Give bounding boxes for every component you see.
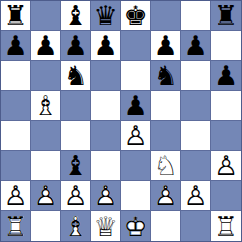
square-f8[interactable] <box>151 1 181 31</box>
square-d3[interactable] <box>91 151 121 181</box>
white-piece-outline: ♗ <box>61 211 90 241</box>
black-pawn-piece: ♟ <box>151 31 180 60</box>
white-queen-piece: ♛♕ <box>91 211 120 241</box>
square-b6[interactable] <box>31 61 61 91</box>
white-pawn-piece: ♟♙ <box>151 181 180 210</box>
square-a7[interactable]: ♟ <box>1 31 31 61</box>
white-piece-outline: ♙ <box>181 181 210 210</box>
white-bishop-piece: ♝♗ <box>61 211 90 241</box>
square-h8[interactable]: ♜ <box>211 1 241 31</box>
square-c4[interactable] <box>61 121 91 151</box>
white-pawn-piece: ♟♙ <box>181 181 210 210</box>
square-b4[interactable] <box>31 121 61 151</box>
square-e6[interactable] <box>121 61 151 91</box>
square-h6[interactable]: ♟ <box>211 61 241 91</box>
square-a5[interactable] <box>1 91 31 121</box>
white-piece-outline: ♙ <box>151 181 180 210</box>
square-h3[interactable]: ♟♙ <box>211 151 241 181</box>
black-pawn-piece: ♟ <box>91 31 120 60</box>
black-queen-piece: ♛ <box>91 1 120 30</box>
black-pawn-piece: ♟ <box>1 31 30 60</box>
black-pawn-piece: ♟ <box>31 31 60 60</box>
square-a6[interactable] <box>1 61 31 91</box>
white-pawn-piece: ♟♙ <box>121 121 150 150</box>
square-e2[interactable] <box>121 181 151 211</box>
square-b5[interactable]: ♝♗ <box>31 91 61 121</box>
square-g3[interactable] <box>181 151 211 181</box>
square-a8[interactable]: ♜ <box>1 1 31 31</box>
square-f5[interactable] <box>151 91 181 121</box>
white-pawn-piece: ♟♙ <box>91 181 120 210</box>
square-c7[interactable]: ♟ <box>61 31 91 61</box>
white-piece-outline: ♕ <box>91 211 120 241</box>
black-knight-piece: ♞ <box>151 61 180 90</box>
square-b1[interactable] <box>31 211 61 241</box>
white-pawn-piece: ♟♙ <box>61 181 90 210</box>
square-e4[interactable]: ♟♙ <box>121 121 151 151</box>
square-f3[interactable]: ♞♘ <box>151 151 181 181</box>
square-d2[interactable]: ♟♙ <box>91 181 121 211</box>
white-rook-piece: ♜♖ <box>1 211 30 241</box>
square-c3[interactable]: ♝ <box>61 151 91 181</box>
square-a4[interactable] <box>1 121 31 151</box>
square-f1[interactable] <box>151 211 181 241</box>
white-piece-outline: ♖ <box>211 211 241 241</box>
white-king-piece: ♚♔ <box>121 211 150 241</box>
black-bishop-piece: ♝ <box>61 151 90 180</box>
white-piece-outline: ♔ <box>121 211 150 241</box>
black-king-piece: ♚ <box>121 1 150 30</box>
square-f6[interactable]: ♞ <box>151 61 181 91</box>
black-rook-piece: ♜ <box>211 1 241 30</box>
square-g7[interactable]: ♟ <box>181 31 211 61</box>
square-a3[interactable] <box>1 151 31 181</box>
square-h4[interactable] <box>211 121 241 151</box>
white-pawn-piece: ♟♙ <box>1 181 30 210</box>
square-e7[interactable] <box>121 31 151 61</box>
black-pawn-piece: ♟ <box>61 31 90 60</box>
white-piece-outline: ♙ <box>121 121 150 150</box>
square-e8[interactable]: ♚ <box>121 1 151 31</box>
white-piece-outline: ♖ <box>1 211 30 241</box>
square-f2[interactable]: ♟♙ <box>151 181 181 211</box>
white-piece-outline: ♘ <box>151 151 180 180</box>
chess-board: ♜♝♛♚♜♟♟♟♟♟♟♞♞♟♝♗♟♟♙♝♞♘♟♙♟♙♟♙♟♙♟♙♟♙♟♙♜♖♝♗… <box>0 0 242 242</box>
white-rook-piece: ♜♖ <box>211 211 241 241</box>
square-c1[interactable]: ♝♗ <box>61 211 91 241</box>
square-g2[interactable]: ♟♙ <box>181 181 211 211</box>
square-c5[interactable] <box>61 91 91 121</box>
square-d4[interactable] <box>91 121 121 151</box>
white-bishop-piece: ♝♗ <box>31 91 60 120</box>
white-pawn-piece: ♟♙ <box>211 151 241 180</box>
square-g8[interactable] <box>181 1 211 31</box>
square-e5[interactable]: ♟ <box>121 91 151 121</box>
square-e1[interactable]: ♚♔ <box>121 211 151 241</box>
white-piece-outline: ♙ <box>91 181 120 210</box>
white-pawn-piece: ♟♙ <box>31 181 60 210</box>
square-g6[interactable] <box>181 61 211 91</box>
white-knight-piece: ♞♘ <box>151 151 180 180</box>
square-d5[interactable] <box>91 91 121 121</box>
square-g5[interactable] <box>181 91 211 121</box>
square-a1[interactable]: ♜♖ <box>1 211 31 241</box>
square-g4[interactable] <box>181 121 211 151</box>
black-knight-piece: ♞ <box>61 61 90 90</box>
square-h5[interactable] <box>211 91 241 121</box>
square-c2[interactable]: ♟♙ <box>61 181 91 211</box>
white-piece-outline: ♙ <box>31 181 60 210</box>
square-d8[interactable]: ♛ <box>91 1 121 31</box>
square-c6[interactable]: ♞ <box>61 61 91 91</box>
square-a2[interactable]: ♟♙ <box>1 181 31 211</box>
square-c8[interactable]: ♝ <box>61 1 91 31</box>
square-b3[interactable] <box>31 151 61 181</box>
black-rook-piece: ♜ <box>1 1 30 30</box>
square-f7[interactable]: ♟ <box>151 31 181 61</box>
square-h1[interactable]: ♜♖ <box>211 211 241 241</box>
square-e3[interactable] <box>121 151 151 181</box>
square-h7[interactable] <box>211 31 241 61</box>
white-piece-outline: ♙ <box>211 151 241 180</box>
square-b7[interactable]: ♟ <box>31 31 61 61</box>
black-pawn-piece: ♟ <box>211 61 241 90</box>
white-piece-outline: ♗ <box>31 91 60 120</box>
white-piece-outline: ♙ <box>61 181 90 210</box>
white-piece-outline: ♙ <box>1 181 30 210</box>
square-b2[interactable]: ♟♙ <box>31 181 61 211</box>
black-bishop-piece: ♝ <box>61 1 90 30</box>
square-d7[interactable]: ♟ <box>91 31 121 61</box>
black-pawn-piece: ♟ <box>181 31 210 60</box>
square-d1[interactable]: ♛♕ <box>91 211 121 241</box>
square-f4[interactable] <box>151 121 181 151</box>
square-b8[interactable] <box>31 1 61 31</box>
square-g1[interactable] <box>181 211 211 241</box>
black-pawn-piece: ♟ <box>121 91 150 120</box>
square-d6[interactable] <box>91 61 121 91</box>
square-h2[interactable] <box>211 181 241 211</box>
